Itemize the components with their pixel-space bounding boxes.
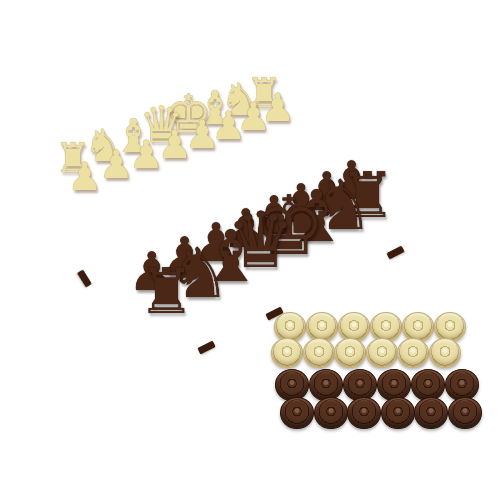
dark-checker[interactable] [314,397,348,428]
square-g4[interactable] [121,202,166,233]
stud-dot [331,143,334,145]
file-label-g: G [211,314,222,323]
file-label-a: A [381,231,390,238]
square-e4[interactable] [182,180,225,209]
square-f4[interactable] [152,191,196,221]
file-label-h: H [178,330,189,340]
white-pawn-h2[interactable]: ♟ [67,158,102,197]
light-checker[interactable] [271,338,303,367]
light-checker[interactable] [338,312,370,341]
rank-label-5: 5 [91,259,99,266]
stud-dot [336,262,340,265]
light-checker[interactable] [402,312,434,341]
black-rook-h8[interactable]: ♜ [138,260,195,323]
stud-dot [88,263,92,266]
light-checker[interactable] [366,338,398,367]
clasp-tab [386,245,404,259]
rank-label-3: 3 [65,218,73,224]
clasp-tab [77,269,92,287]
rank-label-2: 2 [53,199,61,205]
square-h3[interactable] [75,195,121,226]
dark-checker[interactable] [275,369,309,400]
stud-dot [184,338,188,342]
square-f3[interactable] [139,173,182,202]
stud-dot [218,321,222,324]
file-label-f: F [244,298,254,306]
stud-dot [75,242,79,245]
dark-checker[interactable] [309,369,343,400]
light-checker[interactable] [303,338,335,367]
square-d3[interactable] [197,153,238,180]
dark-checker[interactable] [448,397,482,428]
stud-dot [101,285,105,288]
light-checker[interactable] [370,312,402,341]
rank-label-7: 7 [119,303,127,311]
dark-checker[interactable] [343,369,377,400]
square-g3[interactable] [108,184,152,214]
square-b4[interactable] [264,150,304,176]
dark-checker[interactable] [445,369,479,400]
dark-checker[interactable] [381,397,415,428]
product-photo-stage: HGFEDCBA 12345678 ♜♞♝♚♛♝♞♜♟♟♟♟♟♟♟♟♟♟♟♟♟♟… [0,0,500,500]
light-checker[interactable] [429,338,461,367]
stud-dot [316,128,319,130]
stud-dot [302,114,305,116]
stud-dot [362,249,366,252]
square-d4[interactable] [211,169,253,197]
dark-checker[interactable] [414,397,448,428]
stud-dot [280,290,284,293]
dark-checker[interactable] [347,397,381,428]
stud-dot [62,222,66,225]
clasp-tab [197,341,215,355]
dark-checker[interactable] [280,397,314,428]
light-checker[interactable] [334,338,366,367]
white-pawn-g2[interactable]: ♟ [99,146,134,185]
rank-label-1: 1 [42,181,49,187]
stud-dot [387,237,391,240]
stud-dot [50,203,54,206]
square-e3[interactable] [169,163,211,191]
stud-dot [308,276,312,279]
light-checker[interactable] [397,338,429,367]
rank-label-6: 6 [105,280,113,287]
rank-label-4: 4 [78,238,86,245]
dark-checker[interactable] [377,369,411,400]
light-checker[interactable] [434,312,466,341]
stud-dot [115,307,119,310]
stud-dot [249,305,253,308]
dark-checker[interactable] [411,369,445,400]
stud-dot [130,331,134,335]
stud-dot [38,184,42,187]
